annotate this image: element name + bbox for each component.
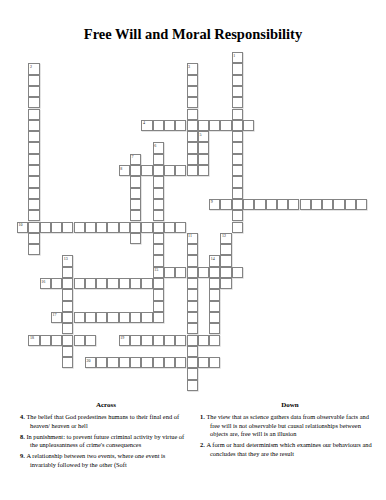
grid-cell-r23c11[interactable]: [141, 312, 152, 323]
grid-cell-r11c12[interactable]: [153, 176, 164, 187]
grid-cell-r9c15[interactable]: [187, 154, 198, 165]
grid-cell-r0c19[interactable]: 1: [232, 52, 243, 63]
grid-cell-r14c19[interactable]: [232, 210, 243, 221]
grid-cell-r10c1[interactable]: [28, 165, 39, 176]
down-clue-text-2: A form or hard determinism which examine…: [206, 441, 371, 456]
grid-cell-r28c15[interactable]: [187, 368, 198, 379]
grid-cell-r24c4[interactable]: [62, 323, 73, 334]
grid-cell-r27c6[interactable]: 20: [85, 357, 96, 368]
grid-cell-r9c16[interactable]: [198, 154, 209, 165]
grid-cell-r7c16[interactable]: 5: [198, 131, 209, 142]
across-clue-text-9: A relationship between two events, where…: [26, 452, 165, 467]
grid-cell-r19c12[interactable]: 15: [153, 267, 164, 278]
grid-cell-r18c17[interactable]: 14: [209, 255, 220, 266]
grid-cell-r14c1[interactable]: [28, 210, 39, 221]
across-clue-text-4: The belief that God predestines humans t…: [26, 413, 179, 428]
grid-cell-r12c19[interactable]: [232, 188, 243, 199]
grid-cell-r6c16[interactable]: [198, 120, 209, 131]
grid-cell-r25c10[interactable]: [130, 335, 141, 346]
cell-number-7: 7: [132, 154, 134, 159]
grid-cell-r12c10[interactable]: [130, 188, 141, 199]
grid-cell-r25c4[interactable]: [62, 335, 73, 346]
grid-cell-r19c13[interactable]: [164, 267, 175, 278]
grid-cell-r20c15[interactable]: [187, 278, 198, 289]
grid-cell-r25c6[interactable]: [85, 335, 96, 346]
grid-cell-r11c19[interactable]: [232, 176, 243, 187]
grid-cell-r16c10[interactable]: [130, 233, 141, 244]
grid-cell-r15c11[interactable]: [141, 222, 152, 233]
grid-cell-r15c12[interactable]: [153, 222, 164, 233]
grid-cell-r20c3[interactable]: [51, 278, 62, 289]
cell-number-12: 12: [222, 233, 226, 238]
grid-cell-r20c17[interactable]: [209, 278, 220, 289]
grid-cell-r25c16[interactable]: [198, 335, 209, 346]
grid-cell-r13c21[interactable]: [254, 199, 265, 210]
grid-cell-r19c17[interactable]: [209, 267, 220, 278]
grid-cell-r13c1[interactable]: [28, 199, 39, 210]
grid-cell-r10c10[interactable]: [130, 165, 141, 176]
grid-cell-r19c19[interactable]: [232, 267, 243, 278]
grid-cell-r13c10[interactable]: [130, 199, 141, 210]
grid-cell-r19c15[interactable]: [187, 267, 198, 278]
across-clue-list: 4. The belief that God predestines human…: [20, 413, 192, 469]
grid-cell-r25c11[interactable]: [141, 335, 152, 346]
grid-cell-r1c1[interactable]: 2: [28, 63, 39, 74]
grid-cell-r1c15[interactable]: 3: [187, 63, 198, 74]
grid-cell-r25c13[interactable]: [164, 335, 175, 346]
grid-cell-r13c22[interactable]: [266, 199, 277, 210]
grid-cell-r8c12[interactable]: 6: [153, 142, 164, 153]
grid-cell-r4c15[interactable]: [187, 97, 198, 108]
cell-number-8: 8: [120, 166, 122, 171]
grid-cell-r10c16[interactable]: [198, 165, 209, 176]
down-clues-section: Down 1. The view that as science gathers…: [200, 401, 380, 461]
grid-cell-r22c17[interactable]: [209, 301, 220, 312]
grid-cell-r22c12[interactable]: [153, 301, 164, 312]
grid-cell-r20c2[interactable]: 16: [40, 278, 51, 289]
grid-cell-r6c18[interactable]: [220, 120, 231, 131]
grid-cell-r6c14[interactable]: [175, 120, 186, 131]
cell-number-16: 16: [41, 279, 45, 284]
grid-cell-r2c19[interactable]: [232, 75, 243, 86]
grid-cell-r3c15[interactable]: [187, 86, 198, 97]
grid-cell-r20c12[interactable]: [153, 278, 164, 289]
grid-cell-r23c5[interactable]: [74, 312, 85, 323]
grid-cell-r5c15[interactable]: [187, 109, 198, 120]
grid-cell-r23c6[interactable]: [85, 312, 96, 323]
grid-cell-r8c15[interactable]: [187, 142, 198, 153]
cell-number-4: 4: [143, 120, 145, 125]
grid-cell-r18c18[interactable]: [220, 255, 231, 266]
grid-cell-r17c15[interactable]: [187, 244, 198, 255]
grid-cell-r15c6[interactable]: [85, 222, 96, 233]
grid-cell-r25c12[interactable]: [153, 335, 164, 346]
grid-cell-r20c9[interactable]: [119, 278, 130, 289]
grid-cell-r6c12[interactable]: [153, 120, 164, 131]
grid-cell-r25c14[interactable]: [175, 335, 186, 346]
grid-cell-r10c9[interactable]: 8: [119, 165, 130, 176]
grid-cell-r14c12[interactable]: [153, 210, 164, 221]
grid-cell-r1c19[interactable]: [232, 63, 243, 74]
grid-cell-r21c17[interactable]: [209, 289, 220, 300]
grid-cell-r15c14[interactable]: [175, 222, 186, 233]
across-header: Across: [20, 401, 192, 410]
grid-cell-r8c1[interactable]: [28, 142, 39, 153]
grid-cell-r15c7[interactable]: [96, 222, 107, 233]
grid-cell-r22c4[interactable]: [62, 301, 73, 312]
grid-cell-r10c15[interactable]: [187, 165, 198, 176]
grid-cell-r13c23[interactable]: [277, 199, 288, 210]
grid-cell-r23c3[interactable]: 17: [51, 312, 62, 323]
grid-cell-r20c5[interactable]: [74, 278, 85, 289]
cell-number-9: 9: [211, 199, 213, 204]
grid-cell-r9c1[interactable]: [28, 154, 39, 165]
grid-cell-r10c11[interactable]: [141, 165, 152, 176]
grid-cell-r13c25[interactable]: [300, 199, 311, 210]
grid-cell-r27c17[interactable]: [209, 357, 220, 368]
grid-cell-r10c12[interactable]: [153, 165, 164, 176]
cell-number-5: 5: [199, 132, 201, 137]
grid-cell-r2c15[interactable]: [187, 75, 198, 86]
cell-number-20: 20: [86, 358, 90, 363]
grid-cell-r23c9[interactable]: [119, 312, 130, 323]
grid-cell-r2c1[interactable]: [28, 75, 39, 86]
page-title: Free Will and Moral Responsibility: [0, 26, 386, 43]
grid-cell-r7c1[interactable]: [28, 131, 39, 142]
grid-cell-r27c14[interactable]: [175, 357, 186, 368]
grid-cell-r22c15[interactable]: [187, 301, 198, 312]
crossword-grid: 1234567891011121314151617181920: [17, 52, 369, 392]
across-clues-section: Across 4. The belief that God predestine…: [20, 401, 192, 471]
down-clue-2: 2. A form or hard determinism which exam…: [200, 441, 380, 458]
grid-cell-r6c17[interactable]: [209, 120, 220, 131]
grid-cell-r6c19[interactable]: [232, 120, 243, 131]
down-header: Down: [200, 401, 380, 410]
grid-cell-r20c4[interactable]: [62, 278, 73, 289]
grid-cell-r23c17[interactable]: [209, 312, 220, 323]
grid-cell-r15c2[interactable]: [40, 222, 51, 233]
grid-cell-r20c6[interactable]: [85, 278, 96, 289]
grid-cell-r13c17[interactable]: 9: [209, 199, 220, 210]
grid-cell-r13c19[interactable]: [232, 199, 243, 210]
grid-cell-r15c1[interactable]: [28, 222, 39, 233]
across-clue-text-8: In punishment: to prevent future crimina…: [26, 433, 184, 448]
grid-cell-r3c19[interactable]: [232, 86, 243, 97]
grid-cell-r23c12[interactable]: [153, 312, 164, 323]
grid-cell-r21c4[interactable]: [62, 289, 73, 300]
grid-cell-r16c12[interactable]: [153, 233, 164, 244]
grid-cell-r13c18[interactable]: [220, 199, 231, 210]
grid-cell-r20c10[interactable]: [130, 278, 141, 289]
grid-cell-r15c3[interactable]: [51, 222, 62, 233]
cell-number-2: 2: [30, 64, 32, 69]
grid-cell-r9c12[interactable]: [153, 154, 164, 165]
grid-cell-r25c5[interactable]: [74, 335, 85, 346]
grid-cell-r16c1[interactable]: [28, 233, 39, 244]
down-clue-1: 1. The view that as science gathers data…: [200, 413, 380, 438]
grid-cell-r14c10[interactable]: [130, 210, 141, 221]
grid-cell-r4c19[interactable]: [232, 97, 243, 108]
grid-cell-r29c15[interactable]: [187, 380, 198, 391]
grid-cell-r27c9[interactable]: [119, 357, 130, 368]
grid-cell-r4c1[interactable]: [28, 97, 39, 108]
grid-cell-r23c4[interactable]: [62, 312, 73, 323]
grid-cell-r3c1[interactable]: [28, 86, 39, 97]
cell-number-1: 1: [233, 53, 235, 58]
grid-cell-r16c15[interactable]: 11: [187, 233, 198, 244]
grid-cell-r13c20[interactable]: [243, 199, 254, 210]
grid-cell-r6c13[interactable]: [164, 120, 175, 131]
grid-cell-r24c17[interactable]: [209, 323, 220, 334]
grid-cell-r15c9[interactable]: [119, 222, 130, 233]
grid-cell-r6c11[interactable]: 4: [141, 120, 152, 131]
cell-number-15: 15: [154, 267, 158, 272]
across-clue-4: 4. The belief that God predestines human…: [20, 413, 192, 430]
grid-cell-r25c17[interactable]: [209, 335, 220, 346]
grid-cell-r24c15[interactable]: [187, 323, 198, 334]
grid-cell-r15c8[interactable]: [107, 222, 118, 233]
cell-number-17: 17: [52, 312, 56, 317]
grid-cell-r13c27[interactable]: [322, 199, 333, 210]
grid-cell-r27c7[interactable]: [96, 357, 107, 368]
cell-number-14: 14: [211, 256, 215, 261]
grid-cell-r13c24[interactable]: [288, 199, 299, 210]
cell-number-11: 11: [188, 233, 192, 238]
grid-cell-r18c12[interactable]: [153, 255, 164, 266]
grid-cell-r5c1[interactable]: [28, 109, 39, 120]
grid-cell-r19c14[interactable]: [175, 267, 186, 278]
grid-cell-r6c20[interactable]: [243, 120, 254, 131]
grid-cell-r13c12[interactable]: [153, 199, 164, 210]
grid-cell-r25c1[interactable]: 18: [28, 335, 39, 346]
grid-cell-r6c1[interactable]: [28, 120, 39, 131]
grid-cell-r21c15[interactable]: [187, 289, 198, 300]
grid-cell-r27c8[interactable]: [107, 357, 118, 368]
grid-cell-r20c8[interactable]: [107, 278, 118, 289]
grid-cell-r23c10[interactable]: [130, 312, 141, 323]
grid-cell-r18c15[interactable]: [187, 255, 198, 266]
grid-cell-r8c16[interactable]: [198, 142, 209, 153]
cell-number-6: 6: [154, 143, 156, 148]
grid-cell-r10c19[interactable]: [232, 165, 243, 176]
across-clue-8: 8. In punishment: to prevent future crim…: [20, 433, 192, 450]
grid-cell-r11c1[interactable]: [28, 176, 39, 187]
grid-cell-r7c15[interactable]: [187, 131, 198, 142]
grid-cell-r18c4[interactable]: 13: [62, 255, 73, 266]
grid-cell-r25c3[interactable]: [51, 335, 62, 346]
grid-cell-r11c10[interactable]: [130, 176, 141, 187]
grid-cell-r27c4[interactable]: [62, 357, 73, 368]
grid-cell-r27c10[interactable]: [130, 357, 141, 368]
grid-cell-r27c12[interactable]: [153, 357, 164, 368]
grid-cell-r15c13[interactable]: [164, 222, 175, 233]
grid-cell-r25c2[interactable]: [40, 335, 51, 346]
grid-cell-r27c15[interactable]: [187, 357, 198, 368]
grid-cell-r23c8[interactable]: [107, 312, 118, 323]
grid-cell-r26c15[interactable]: [187, 346, 198, 357]
grid-cell-r17c1[interactable]: [28, 244, 39, 255]
grid-cell-r27c16[interactable]: [198, 357, 209, 368]
grid-cell-r19c16[interactable]: [198, 267, 209, 278]
grid-cell-r15c19[interactable]: [232, 222, 243, 233]
grid-cell-r9c19[interactable]: [232, 154, 243, 165]
grid-cell-r23c15[interactable]: [187, 312, 198, 323]
grid-cell-r12c12[interactable]: [153, 188, 164, 199]
grid-cell-r13c29[interactable]: [345, 199, 356, 210]
grid-cell-r12c1[interactable]: [28, 188, 39, 199]
grid-cell-r20c18[interactable]: [220, 278, 231, 289]
grid-cell-r17c18[interactable]: [220, 244, 231, 255]
grid-cell-r13c28[interactable]: [333, 199, 344, 210]
grid-cell-r8c19[interactable]: [232, 142, 243, 153]
cell-number-13: 13: [64, 256, 68, 261]
cell-number-3: 3: [188, 64, 190, 69]
grid-cell-r20c7[interactable]: [96, 278, 107, 289]
cell-number-18: 18: [30, 335, 34, 340]
grid-cell-r15c5[interactable]: [74, 222, 85, 233]
grid-cell-r6c15[interactable]: [187, 120, 198, 131]
grid-cell-r15c4[interactable]: [62, 222, 73, 233]
cell-number-10: 10: [19, 222, 23, 227]
across-clue-9: 9. A relationship between two events, wh…: [20, 452, 192, 469]
grid-cell-r25c9[interactable]: 19: [119, 335, 130, 346]
grid-cell-r17c12[interactable]: [153, 244, 164, 255]
grid-cell-r9c10[interactable]: 7: [130, 154, 141, 165]
cell-number-19: 19: [120, 335, 124, 340]
grid-cell-r10c14[interactable]: [175, 165, 186, 176]
down-clue-list: 1. The view that as science gathers data…: [200, 413, 380, 458]
grid-cell-r13c26[interactable]: [311, 199, 322, 210]
grid-cell-r19c18[interactable]: [220, 267, 231, 278]
grid-cell-r7c19[interactable]: [232, 131, 243, 142]
grid-cell-r26c4[interactable]: [62, 346, 73, 357]
grid-cell-r5c19[interactable]: [232, 109, 243, 120]
grid-cell-r19c4[interactable]: [62, 267, 73, 278]
grid-cell-r10c13[interactable]: [164, 165, 175, 176]
grid-cell-r27c13[interactable]: [164, 357, 175, 368]
grid-cell-r23c7[interactable]: [96, 312, 107, 323]
grid-cell-r15c10[interactable]: [130, 222, 141, 233]
grid-cell-r20c11[interactable]: [141, 278, 152, 289]
grid-cell-r27c11[interactable]: [141, 357, 152, 368]
grid-cell-r13c30[interactable]: [356, 199, 367, 210]
grid-cell-r25c15[interactable]: [187, 335, 198, 346]
grid-cell-r16c18[interactable]: 12: [220, 233, 231, 244]
grid-cell-r21c12[interactable]: [153, 289, 164, 300]
grid-cell-r15c0[interactable]: 10: [17, 222, 28, 233]
down-clue-text-1: The view that as science gathers data fr…: [206, 413, 369, 437]
